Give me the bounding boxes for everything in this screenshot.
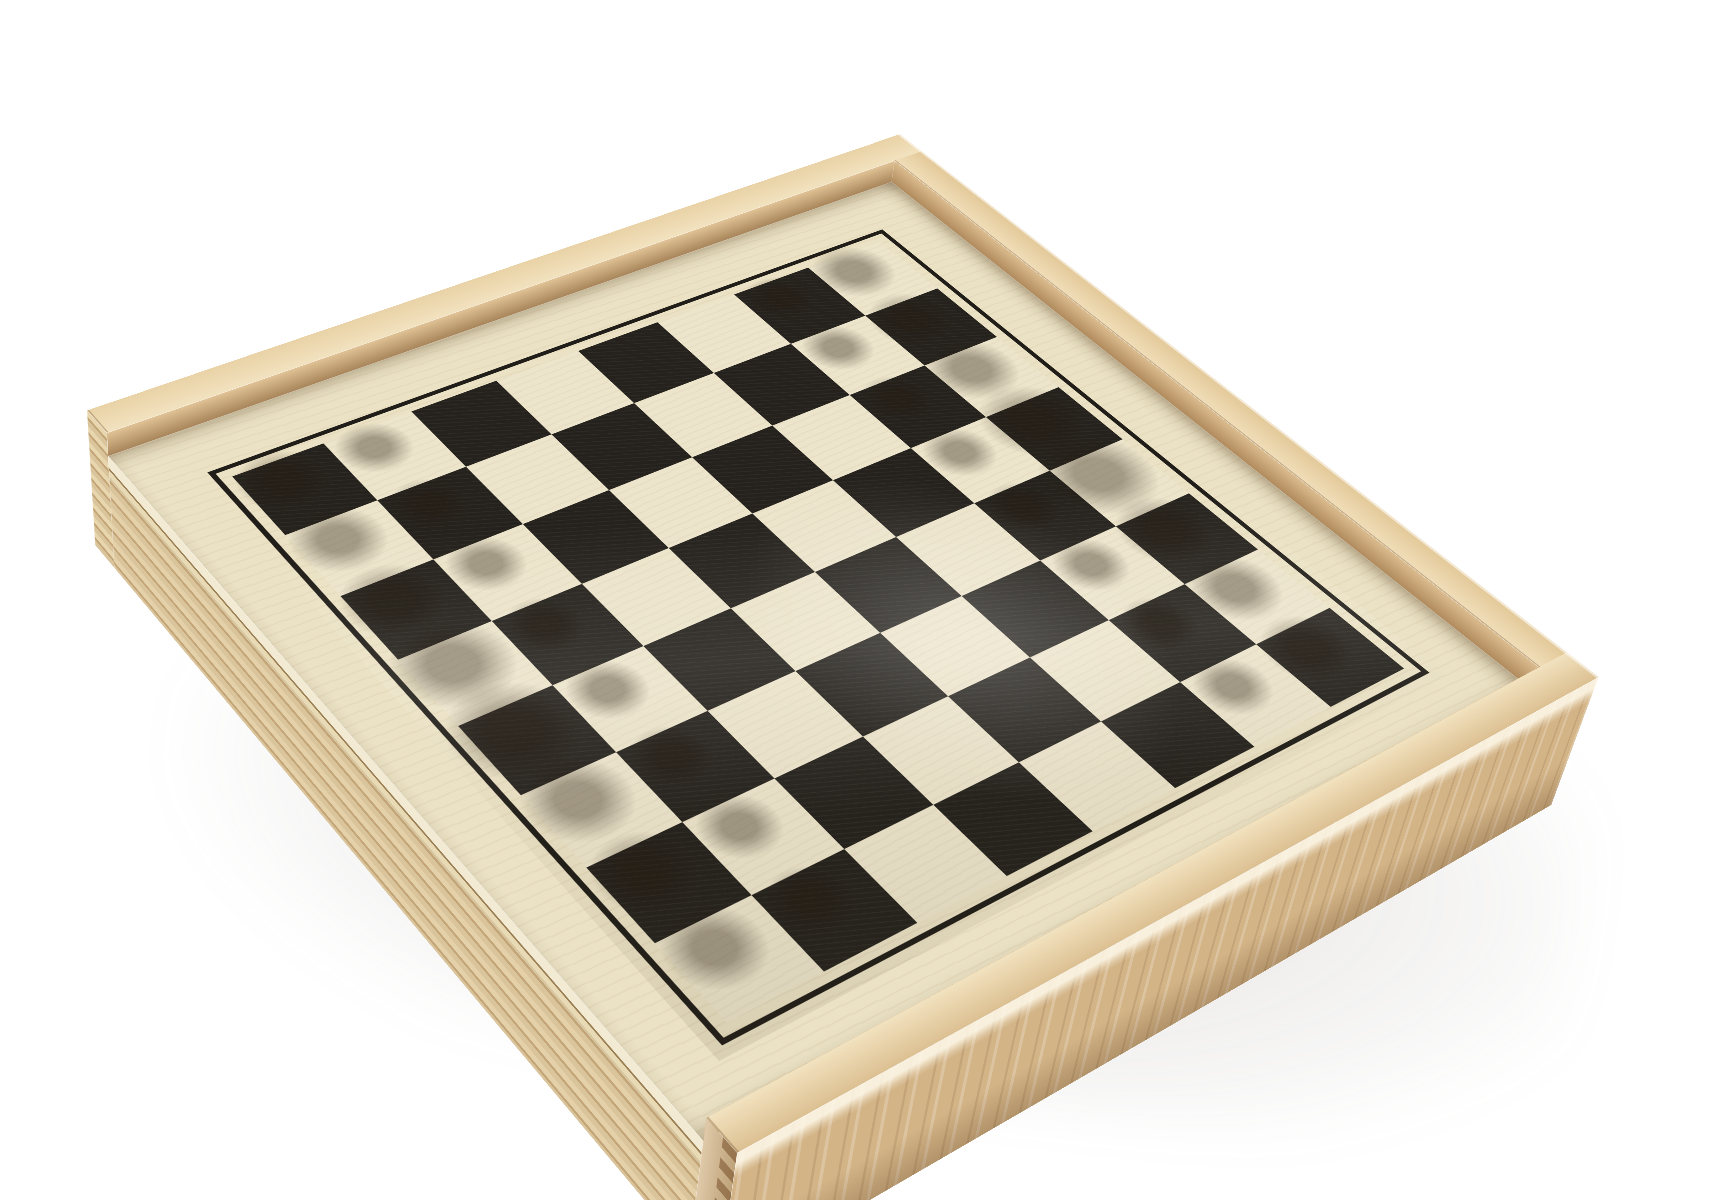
white-rook-icon: ♜ <box>610 687 869 976</box>
product-photo-scene: ♜♞♝♛♚♝♞♜♟♟♟♟♟♟♟♟♟♟♟♟♟♟♟♟♜♞♝♛♚♝♞♜ <box>0 0 1714 1200</box>
black-pawn-icon: ♟ <box>1159 496 1352 711</box>
